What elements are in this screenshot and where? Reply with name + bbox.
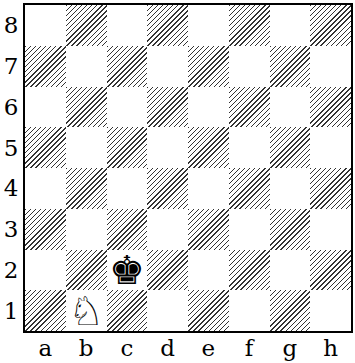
square-b8[interactable]: [66, 5, 107, 46]
square-c8[interactable]: [107, 5, 148, 46]
square-a3[interactable]: [25, 209, 66, 250]
rank-label-4: 4: [0, 168, 22, 209]
square-e5[interactable]: [188, 127, 229, 168]
square-h3[interactable]: [310, 209, 351, 250]
square-f8[interactable]: [229, 5, 270, 46]
square-a1[interactable]: [25, 290, 66, 331]
square-d6[interactable]: [147, 87, 188, 128]
square-a4[interactable]: [25, 168, 66, 209]
square-e8[interactable]: [188, 5, 229, 46]
square-b6[interactable]: [66, 87, 107, 128]
rank-label-2: 2: [0, 250, 22, 291]
rank-label-8: 8: [0, 5, 22, 46]
rank-label-3: 3: [0, 209, 22, 250]
square-d2[interactable]: [147, 250, 188, 291]
square-c6[interactable]: [107, 87, 148, 128]
square-c2[interactable]: ♚: [107, 250, 148, 291]
square-f4[interactable]: [229, 168, 270, 209]
square-g2[interactable]: [270, 250, 311, 291]
square-a8[interactable]: [25, 5, 66, 46]
square-h6[interactable]: [310, 87, 351, 128]
chess-diagram: 87654321 ♚♘ abcdefgh: [0, 0, 355, 363]
square-b7[interactable]: [66, 46, 107, 87]
file-label-h: h: [310, 333, 351, 363]
square-h2[interactable]: [310, 250, 351, 291]
rank-label-7: 7: [0, 46, 22, 87]
square-g5[interactable]: [270, 127, 311, 168]
square-e1[interactable]: [188, 290, 229, 331]
square-d7[interactable]: [147, 46, 188, 87]
square-a5[interactable]: [25, 127, 66, 168]
rank-label-6: 6: [0, 87, 22, 128]
square-e2[interactable]: [188, 250, 229, 291]
square-h5[interactable]: [310, 127, 351, 168]
piece-black-king[interactable]: ♚: [109, 250, 145, 290]
square-f1[interactable]: [229, 290, 270, 331]
square-d4[interactable]: [147, 168, 188, 209]
chess-board: ♚♘: [23, 3, 353, 333]
square-g7[interactable]: [270, 46, 311, 87]
square-d5[interactable]: [147, 127, 188, 168]
square-d1[interactable]: [147, 290, 188, 331]
square-g3[interactable]: [270, 209, 311, 250]
square-b1[interactable]: ♘: [66, 290, 107, 331]
piece-white-knight[interactable]: ♘: [68, 291, 104, 331]
square-a7[interactable]: [25, 46, 66, 87]
square-c5[interactable]: [107, 127, 148, 168]
square-e3[interactable]: [188, 209, 229, 250]
square-b3[interactable]: [66, 209, 107, 250]
file-label-b: b: [66, 333, 107, 363]
square-a6[interactable]: [25, 87, 66, 128]
square-c3[interactable]: [107, 209, 148, 250]
square-c7[interactable]: [107, 46, 148, 87]
square-h7[interactable]: [310, 46, 351, 87]
square-d3[interactable]: [147, 209, 188, 250]
square-e4[interactable]: [188, 168, 229, 209]
square-d8[interactable]: [147, 5, 188, 46]
square-e7[interactable]: [188, 46, 229, 87]
file-label-f: f: [229, 333, 270, 363]
square-a2[interactable]: [25, 250, 66, 291]
square-b4[interactable]: [66, 168, 107, 209]
square-c1[interactable]: [107, 290, 148, 331]
square-e6[interactable]: [188, 87, 229, 128]
square-f7[interactable]: [229, 46, 270, 87]
square-h1[interactable]: [310, 290, 351, 331]
square-b5[interactable]: [66, 127, 107, 168]
file-label-a: a: [25, 333, 66, 363]
square-h8[interactable]: [310, 5, 351, 46]
square-f2[interactable]: [229, 250, 270, 291]
rank-label-1: 1: [0, 290, 22, 331]
square-g1[interactable]: [270, 290, 311, 331]
file-label-d: d: [147, 333, 188, 363]
square-g8[interactable]: [270, 5, 311, 46]
file-labels: abcdefgh: [25, 333, 351, 363]
file-label-e: e: [188, 333, 229, 363]
file-label-g: g: [270, 333, 311, 363]
square-h4[interactable]: [310, 168, 351, 209]
square-f5[interactable]: [229, 127, 270, 168]
file-label-c: c: [107, 333, 148, 363]
square-b2[interactable]: [66, 250, 107, 291]
square-f6[interactable]: [229, 87, 270, 128]
square-g4[interactable]: [270, 168, 311, 209]
square-f3[interactable]: [229, 209, 270, 250]
rank-label-5: 5: [0, 127, 22, 168]
rank-labels: 87654321: [0, 5, 22, 331]
square-g6[interactable]: [270, 87, 311, 128]
square-c4[interactable]: [107, 168, 148, 209]
